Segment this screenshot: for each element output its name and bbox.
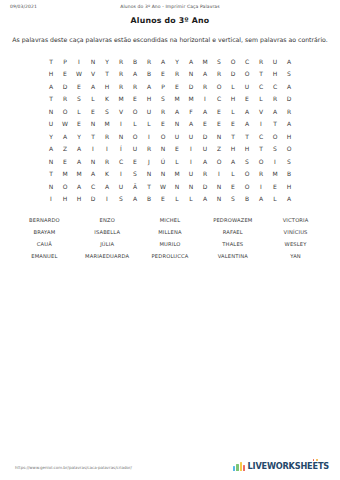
- grid-cell-r2c11[interactable]: N: [184, 68, 198, 81]
- logo-text-part1: LIVEWORKSHE: [248, 461, 313, 471]
- grid-cell-r4c8[interactable]: H: [142, 93, 156, 106]
- grid-cell-r2c1[interactable]: H: [44, 68, 58, 81]
- grid-cell-r3c16[interactable]: C: [254, 80, 268, 93]
- grid-cell-r2c8[interactable]: B: [142, 68, 156, 81]
- grid-cell-r1c14[interactable]: O: [226, 55, 240, 68]
- grid-cell-r9c12[interactable]: A: [198, 155, 212, 168]
- grid-cell-r1c9[interactable]: A: [156, 55, 170, 68]
- grid-cell-r12c11[interactable]: L: [184, 193, 198, 206]
- grid-cell-r3c13[interactable]: O: [212, 80, 226, 93]
- grid-cell-r12c8[interactable]: B: [142, 193, 156, 206]
- grid-cell-r6c14[interactable]: E: [226, 118, 240, 131]
- grid-cell-r8c15[interactable]: H: [240, 143, 254, 156]
- grid-cell-r2c13[interactable]: R: [212, 68, 226, 81]
- grid-cell-r7c14[interactable]: T: [226, 130, 240, 143]
- grid-cell-r5c10[interactable]: A: [170, 105, 184, 118]
- grid-cell-r3c1[interactable]: A: [44, 80, 58, 93]
- grid-cell-r11c15[interactable]: O: [240, 180, 254, 193]
- grid-cell-r6c11[interactable]: A: [184, 118, 198, 131]
- grid-cell-r7c8[interactable]: I: [142, 130, 156, 143]
- grid-cell-r10c17[interactable]: M: [268, 168, 282, 181]
- grid-cell-r10c2[interactable]: M: [58, 168, 72, 181]
- grid-cell-r4c5[interactable]: K: [100, 93, 114, 106]
- grid-cell-r11c2[interactable]: O: [58, 180, 72, 193]
- grid-cell-r5c2[interactable]: O: [58, 105, 72, 118]
- grid-cell-r11c14[interactable]: E: [226, 180, 240, 193]
- grid-cell-r10c12[interactable]: R: [198, 168, 212, 181]
- grid-cell-r9c7[interactable]: E: [128, 155, 142, 168]
- word-item: BRAYAM: [14, 227, 75, 239]
- grid-cell-r7c6[interactable]: N: [114, 130, 128, 143]
- grid-cell-r12c6[interactable]: S: [114, 193, 128, 206]
- grid-cell-r4c18[interactable]: D: [282, 93, 296, 106]
- grid-cell-r10c18[interactable]: B: [282, 168, 296, 181]
- grid-cell-r9c17[interactable]: I: [268, 155, 282, 168]
- grid-cell-r8c5[interactable]: I: [100, 143, 114, 156]
- grid-cell-r2c7[interactable]: A: [128, 68, 142, 81]
- grid-cell-r12c16[interactable]: A: [254, 193, 268, 206]
- grid-cell-r8c8[interactable]: R: [142, 143, 156, 156]
- grid-cell-r1c16[interactable]: R: [254, 55, 268, 68]
- grid-cell-r10c6[interactable]: I: [114, 168, 128, 181]
- grid-cell-r6c9[interactable]: E: [156, 118, 170, 131]
- grid-cell-r8c17[interactable]: S: [268, 143, 282, 156]
- grid-cell-r6c12[interactable]: E: [198, 118, 212, 131]
- grid-cell-r2c17[interactable]: H: [268, 68, 282, 81]
- grid-cell-r1c10[interactable]: Y: [170, 55, 184, 68]
- word-list: BERNARDOBRAYAMCAUÃEMANUELENZOISABELLAJÚL…: [14, 215, 326, 263]
- grid-cell-r5c13[interactable]: E: [212, 105, 226, 118]
- grid-cell-r4c10[interactable]: M: [170, 93, 184, 106]
- grid-cell-r7c10[interactable]: U: [170, 130, 184, 143]
- grid-cell-r11c4[interactable]: C: [86, 180, 100, 193]
- grid-cell-r8c14[interactable]: H: [226, 143, 240, 156]
- grid-cell-r12c18[interactable]: A: [282, 193, 296, 206]
- puzzle-instructions: As palavras deste caça palavras estão es…: [6, 36, 334, 43]
- grid-cell-r7c1[interactable]: Y: [44, 130, 58, 143]
- grid-cell-r4c1[interactable]: T: [44, 93, 58, 106]
- grid-cell-r8c2[interactable]: Z: [58, 143, 72, 156]
- grid-cell-r1c15[interactable]: C: [240, 55, 254, 68]
- grid-cell-r4c2[interactable]: R: [58, 93, 72, 106]
- grid-cell-r11c8[interactable]: T: [142, 180, 156, 193]
- grid-cell-r4c4[interactable]: L: [86, 93, 100, 106]
- grid-cell-r7c15[interactable]: T: [240, 130, 254, 143]
- grid-cell-r3c18[interactable]: A: [282, 80, 296, 93]
- grid-cell-r5c8[interactable]: U: [142, 105, 156, 118]
- grid-cell-r6c1[interactable]: U: [44, 118, 58, 131]
- grid-cell-r11c12[interactable]: D: [198, 180, 212, 193]
- grid-cell-r3c3[interactable]: E: [72, 80, 86, 93]
- grid-cell-r4c17[interactable]: R: [268, 93, 282, 106]
- grid-cell-r1c1[interactable]: T: [44, 55, 58, 68]
- grid-cell-r5c4[interactable]: E: [86, 105, 100, 118]
- grid-cell-r2c9[interactable]: E: [156, 68, 170, 81]
- print-header-date: 09/03/2021: [10, 4, 37, 9]
- grid-cell-r5c5[interactable]: S: [100, 105, 114, 118]
- word-item: MICHEL: [140, 215, 201, 227]
- word-list-column-4: PEDROWAZEMRAFAELTHALESVALENTINA: [202, 215, 263, 263]
- grid-cell-r1c5[interactable]: Y: [100, 55, 114, 68]
- grid-cell-r10c14[interactable]: L: [226, 168, 240, 181]
- liveworksheets-wordmark: LIVEWORKSHEETS: [248, 461, 329, 471]
- grid-cell-r12c1[interactable]: I: [44, 193, 58, 206]
- grid-cell-r8c12[interactable]: U: [198, 143, 212, 156]
- grid-cell-r2c5[interactable]: T: [100, 68, 114, 81]
- grid-cell-r1c17[interactable]: U: [268, 55, 282, 68]
- grid-cell-r4c6[interactable]: M: [114, 93, 128, 106]
- grid-cell-r11c1[interactable]: N: [44, 180, 58, 193]
- grid-cell-r6c7[interactable]: L: [128, 118, 142, 131]
- grid-cell-r11c17[interactable]: E: [268, 180, 282, 193]
- grid-cell-r5c17[interactable]: A: [268, 105, 282, 118]
- grid-cell-r7c9[interactable]: O: [156, 130, 170, 143]
- grid-cell-r11c7[interactable]: Ã: [128, 180, 142, 193]
- grid-cell-r4c13[interactable]: C: [212, 93, 226, 106]
- word-list-column-1: BERNARDOBRAYAMCAUÃEMANUEL: [14, 215, 75, 263]
- grid-cell-r12c15[interactable]: B: [240, 193, 254, 206]
- grid-cell-r12c4[interactable]: D: [86, 193, 100, 206]
- grid-cell-r5c3[interactable]: L: [72, 105, 86, 118]
- grid-cell-r9c10[interactable]: L: [170, 155, 184, 168]
- grid-cell-r11c13[interactable]: N: [212, 180, 226, 193]
- grid-cell-r11c10[interactable]: N: [170, 180, 184, 193]
- grid-cell-r3c10[interactable]: E: [170, 80, 184, 93]
- grid-cell-r7c16[interactable]: C: [254, 130, 268, 143]
- grid-cell-r1c11[interactable]: A: [184, 55, 198, 68]
- grid-cell-r10c16[interactable]: R: [254, 168, 268, 181]
- grid-cell-r12c2[interactable]: H: [58, 193, 72, 206]
- grid-cell-r6c3[interactable]: E: [72, 118, 86, 131]
- grid-cell-r1c8[interactable]: R: [142, 55, 156, 68]
- grid-cell-r7c11[interactable]: U: [184, 130, 198, 143]
- grid-cell-r10c1[interactable]: T: [44, 168, 58, 181]
- grid-cell-r2c15[interactable]: O: [240, 68, 254, 81]
- word-search-grid[interactable]: TPINYRBRAYAMSOCRUAHEWVTRABERNARDOTHSADEA…: [44, 55, 296, 205]
- word-item: PEDROWAZEM: [202, 215, 263, 227]
- logo-text-part3: TS: [318, 461, 329, 471]
- grid-cell-r7c2[interactable]: A: [58, 130, 72, 143]
- grid-cell-r8c16[interactable]: T: [254, 143, 268, 156]
- grid-cell-r10c13[interactable]: I: [212, 168, 226, 181]
- grid-cell-r1c12[interactable]: M: [198, 55, 212, 68]
- grid-cell-r5c16[interactable]: V: [254, 105, 268, 118]
- grid-cell-r12c13[interactable]: N: [212, 193, 226, 206]
- grid-cell-r11c3[interactable]: A: [72, 180, 86, 193]
- grid-cell-r7c17[interactable]: O: [268, 130, 282, 143]
- grid-cell-r8c7[interactable]: U: [128, 143, 142, 156]
- grid-cell-r12c7[interactable]: A: [128, 193, 142, 206]
- grid-cell-r2c10[interactable]: R: [170, 68, 184, 81]
- grid-cell-r8c6[interactable]: Í: [114, 143, 128, 156]
- grid-cell-r5c6[interactable]: V: [114, 105, 128, 118]
- grid-cell-r3c6[interactable]: R: [114, 80, 128, 93]
- grid-cell-r5c11[interactable]: F: [184, 105, 198, 118]
- grid-cell-r8c10[interactable]: E: [170, 143, 184, 156]
- word-item: PEDROLUCCA: [140, 251, 201, 263]
- word-list-column-3: MICHELMILLENAMURILOPEDROLUCCA: [140, 215, 201, 263]
- grid-cell-r9c16[interactable]: O: [254, 155, 268, 168]
- grid-cell-r7c5[interactable]: R: [100, 130, 114, 143]
- grid-cell-r2c14[interactable]: D: [226, 68, 240, 81]
- grid-cell-r4c16[interactable]: L: [254, 93, 268, 106]
- grid-cell-r5c1[interactable]: N: [44, 105, 58, 118]
- word-item: VALENTINA: [202, 251, 263, 263]
- grid-cell-r11c16[interactable]: I: [254, 180, 268, 193]
- grid-cell-r12c14[interactable]: S: [226, 193, 240, 206]
- grid-cell-r3c11[interactable]: D: [184, 80, 198, 93]
- grid-cell-r1c6[interactable]: R: [114, 55, 128, 68]
- grid-cell-r9c4[interactable]: N: [86, 155, 100, 168]
- grid-cell-r3c8[interactable]: A: [142, 80, 156, 93]
- grid-cell-r9c11[interactable]: I: [184, 155, 198, 168]
- grid-cell-r9c5[interactable]: R: [100, 155, 114, 168]
- word-item: YAN: [265, 251, 326, 263]
- word-item: WESLEY: [265, 239, 326, 251]
- grid-cell-r3c2[interactable]: D: [58, 80, 72, 93]
- grid-cell-r3c5[interactable]: H: [100, 80, 114, 93]
- grid-cell-r6c15[interactable]: A: [240, 118, 254, 131]
- grid-cell-r3c9[interactable]: P: [156, 80, 170, 93]
- grid-cell-r7c13[interactable]: N: [212, 130, 226, 143]
- grid-cell-r4c12[interactable]: I: [198, 93, 212, 106]
- word-item: ISABELLA: [77, 227, 138, 239]
- print-header-doc-title: Alunos do 3º Ano - Imprimir Caça Palavra…: [60, 4, 280, 9]
- grid-cell-r2c12[interactable]: A: [198, 68, 212, 81]
- grid-cell-r10c4[interactable]: A: [86, 168, 100, 181]
- grid-cell-r9c1[interactable]: N: [44, 155, 58, 168]
- grid-cell-r12c5[interactable]: I: [100, 193, 114, 206]
- logo-accented-e: E: [313, 461, 318, 471]
- liveworksheets-logo: LIVEWORKSHEETS: [233, 461, 329, 471]
- grid-cell-r6c13[interactable]: E: [212, 118, 226, 131]
- grid-cell-r3c4[interactable]: A: [86, 80, 100, 93]
- grid-cell-r8c11[interactable]: I: [184, 143, 198, 156]
- grid-cell-r7c18[interactable]: H: [282, 130, 296, 143]
- word-item: THALES: [202, 239, 263, 251]
- grid-cell-r2c6[interactable]: R: [114, 68, 128, 81]
- grid-cell-r9c13[interactable]: O: [212, 155, 226, 168]
- grid-cell-r12c12[interactable]: A: [198, 193, 212, 206]
- grid-cell-r5c9[interactable]: R: [156, 105, 170, 118]
- grid-cell-r9c8[interactable]: J: [142, 155, 156, 168]
- grid-cell-r7c7[interactable]: O: [128, 130, 142, 143]
- grid-cell-r2c18[interactable]: S: [282, 68, 296, 81]
- grid-cell-r6c18[interactable]: A: [282, 118, 296, 131]
- grid-cell-r8c1[interactable]: A: [44, 143, 58, 156]
- grid-cell-r4c15[interactable]: E: [240, 93, 254, 106]
- liveworksheets-bars-icon: [233, 462, 245, 471]
- grid-cell-r1c7[interactable]: B: [128, 55, 142, 68]
- grid-cell-r11c11[interactable]: N: [184, 180, 198, 193]
- grid-cell-r6c10[interactable]: N: [170, 118, 184, 131]
- grid-cell-r10c8[interactable]: N: [142, 168, 156, 181]
- grid-cell-r2c16[interactable]: T: [254, 68, 268, 81]
- grid-cell-r4c7[interactable]: E: [128, 93, 142, 106]
- grid-cell-r2c3[interactable]: W: [72, 68, 86, 81]
- grid-cell-r5c12[interactable]: A: [198, 105, 212, 118]
- grid-cell-r9c15[interactable]: S: [240, 155, 254, 168]
- grid-cell-r9c14[interactable]: A: [226, 155, 240, 168]
- word-list-column-5: VICTORIAVINÍCIUSWESLEYYAN: [265, 215, 326, 263]
- grid-cell-r9c18[interactable]: S: [282, 155, 296, 168]
- grid-cell-r1c13[interactable]: S: [212, 55, 226, 68]
- grid-cell-r9c2[interactable]: E: [58, 155, 72, 168]
- grid-cell-r1c2[interactable]: P: [58, 55, 72, 68]
- grid-cell-r8c18[interactable]: O: [282, 143, 296, 156]
- grid-cell-r12c17[interactable]: L: [268, 193, 282, 206]
- word-item: EMANUEL: [14, 251, 75, 263]
- grid-cell-r4c9[interactable]: S: [156, 93, 170, 106]
- grid-cell-r9c9[interactable]: Ú: [156, 155, 170, 168]
- word-item: VICTORIA: [265, 215, 326, 227]
- grid-cell-r3c7[interactable]: R: [128, 80, 142, 93]
- grid-cell-r6c2[interactable]: W: [58, 118, 72, 131]
- grid-cell-r6c6[interactable]: I: [114, 118, 128, 131]
- grid-cell-r5c15[interactable]: A: [240, 105, 254, 118]
- grid-cell-r10c7[interactable]: S: [128, 168, 142, 181]
- grid-cell-r4c3[interactable]: S: [72, 93, 86, 106]
- word-item: JÚLIA: [77, 239, 138, 251]
- grid-cell-r9c6[interactable]: C: [114, 155, 128, 168]
- grid-cell-r6c4[interactable]: N: [86, 118, 100, 131]
- grid-cell-r10c15[interactable]: O: [240, 168, 254, 181]
- grid-cell-r5c18[interactable]: R: [282, 105, 296, 118]
- word-item: MILLENA: [140, 227, 201, 239]
- grid-cell-r6c5[interactable]: M: [100, 118, 114, 131]
- grid-cell-r9c3[interactable]: A: [72, 155, 86, 168]
- grid-cell-r2c2[interactable]: E: [58, 68, 72, 81]
- page-title: Alunos do 3º Ano: [0, 16, 340, 25]
- word-item: RAFAEL: [202, 227, 263, 239]
- grid-cell-r8c3[interactable]: A: [72, 143, 86, 156]
- grid-cell-r1c4[interactable]: N: [86, 55, 100, 68]
- grid-cell-r1c3[interactable]: I: [72, 55, 86, 68]
- grid-cell-r12c10[interactable]: L: [170, 193, 184, 206]
- grid-cell-r12c3[interactable]: H: [72, 193, 86, 206]
- grid-cell-r3c14[interactable]: L: [226, 80, 240, 93]
- grid-cell-r3c12[interactable]: R: [198, 80, 212, 93]
- grid-cell-r7c12[interactable]: D: [198, 130, 212, 143]
- word-item: MURILO: [140, 239, 201, 251]
- grid-cell-r8c13[interactable]: Z: [212, 143, 226, 156]
- grid-cell-r8c4[interactable]: I: [86, 143, 100, 156]
- grid-cell-r5c14[interactable]: L: [226, 105, 240, 118]
- grid-cell-r11c18[interactable]: H: [282, 180, 296, 193]
- grid-cell-r3c15[interactable]: U: [240, 80, 254, 93]
- grid-cell-r7c3[interactable]: Y: [72, 130, 86, 143]
- word-item: ENZO: [77, 215, 138, 227]
- word-item: BERNARDO: [14, 215, 75, 227]
- grid-cell-r12c9[interactable]: E: [156, 193, 170, 206]
- grid-cell-r6c16[interactable]: I: [254, 118, 268, 131]
- grid-cell-r6c17[interactable]: T: [268, 118, 282, 131]
- grid-cell-r11c5[interactable]: A: [100, 180, 114, 193]
- grid-cell-r6c8[interactable]: L: [142, 118, 156, 131]
- word-item: VINÍCIUS: [265, 227, 326, 239]
- print-footer-url: https://www.geniol.com.br/palavras/caca-…: [15, 465, 132, 470]
- grid-cell-r5c7[interactable]: O: [128, 105, 142, 118]
- grid-cell-r1c18[interactable]: A: [282, 55, 296, 68]
- grid-cell-r2c4[interactable]: V: [86, 68, 100, 81]
- grid-cell-r4c14[interactable]: H: [226, 93, 240, 106]
- grid-cell-r7c4[interactable]: T: [86, 130, 100, 143]
- word-item: MARIAEDUARDA: [77, 251, 138, 263]
- grid-cell-r8c9[interactable]: N: [156, 143, 170, 156]
- grid-cell-r10c10[interactable]: M: [170, 168, 184, 181]
- word-item: CAUÃ: [14, 239, 75, 251]
- grid-cell-r10c5[interactable]: K: [100, 168, 114, 181]
- grid-cell-r4c11[interactable]: M: [184, 93, 198, 106]
- grid-cell-r11c6[interactable]: U: [114, 180, 128, 193]
- grid-cell-r10c9[interactable]: N: [156, 168, 170, 181]
- grid-cell-r10c11[interactable]: U: [184, 168, 198, 181]
- grid-cell-r11c9[interactable]: W: [156, 180, 170, 193]
- grid-cell-r3c17[interactable]: C: [268, 80, 282, 93]
- grid-cell-r10c3[interactable]: M: [72, 168, 86, 181]
- word-list-column-2: ENZOISABELLAJÚLIAMARIAEDUARDA: [77, 215, 138, 263]
